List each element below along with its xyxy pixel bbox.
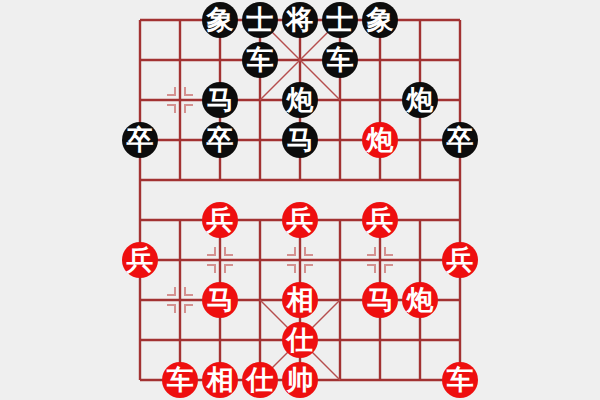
piece-black-cannon[interactable]: 炮 xyxy=(282,82,318,118)
piece-black-soldier[interactable]: 卒 xyxy=(202,122,238,158)
piece-red-chariot[interactable]: 车 xyxy=(442,362,478,398)
piece-red-soldier[interactable]: 兵 xyxy=(202,202,238,238)
piece-black-soldier[interactable]: 卒 xyxy=(122,122,158,158)
piece-red-horse[interactable]: 马 xyxy=(362,282,398,318)
piece-red-cannon[interactable]: 炮 xyxy=(362,122,398,158)
piece-red-elephant[interactable]: 相 xyxy=(282,282,318,318)
piece-black-general[interactable]: 将 xyxy=(282,2,318,38)
piece-red-elephant[interactable]: 相 xyxy=(202,362,238,398)
piece-red-soldier[interactable]: 兵 xyxy=(362,202,398,238)
piece-black-advisor[interactable]: 士 xyxy=(242,2,278,38)
piece-black-horse[interactable]: 马 xyxy=(282,122,318,158)
piece-red-soldier[interactable]: 兵 xyxy=(442,242,478,278)
piece-black-soldier[interactable]: 卒 xyxy=(442,122,478,158)
piece-red-advisor[interactable]: 仕 xyxy=(282,322,318,358)
piece-red-soldier[interactable]: 兵 xyxy=(282,202,318,238)
piece-red-chariot[interactable]: 车 xyxy=(162,362,198,398)
piece-black-elephant[interactable]: 象 xyxy=(362,2,398,38)
piece-red-advisor[interactable]: 仕 xyxy=(242,362,278,398)
pieces-layer: 象士将士象车车马炮炮卒卒马卒炮兵兵兵兵兵马相马炮仕车相仕帅车 xyxy=(0,0,600,400)
piece-black-elephant[interactable]: 象 xyxy=(202,2,238,38)
piece-black-chariot[interactable]: 车 xyxy=(242,42,278,78)
piece-black-cannon[interactable]: 炮 xyxy=(402,82,438,118)
piece-red-general[interactable]: 帅 xyxy=(282,362,318,398)
piece-black-horse[interactable]: 马 xyxy=(202,82,238,118)
xiangqi-board: 象士将士象车车马炮炮卒卒马卒炮兵兵兵兵兵马相马炮仕车相仕帅车 xyxy=(0,0,600,400)
piece-red-cannon[interactable]: 炮 xyxy=(402,282,438,318)
piece-black-advisor[interactable]: 士 xyxy=(322,2,358,38)
piece-red-horse[interactable]: 马 xyxy=(202,282,238,318)
piece-black-chariot[interactable]: 车 xyxy=(322,42,358,78)
piece-red-soldier[interactable]: 兵 xyxy=(122,242,158,278)
xiangqi-app-screen: 象士将士象车车马炮炮卒卒马卒炮兵兵兵兵兵马相马炮仕车相仕帅车 xyxy=(0,0,600,400)
